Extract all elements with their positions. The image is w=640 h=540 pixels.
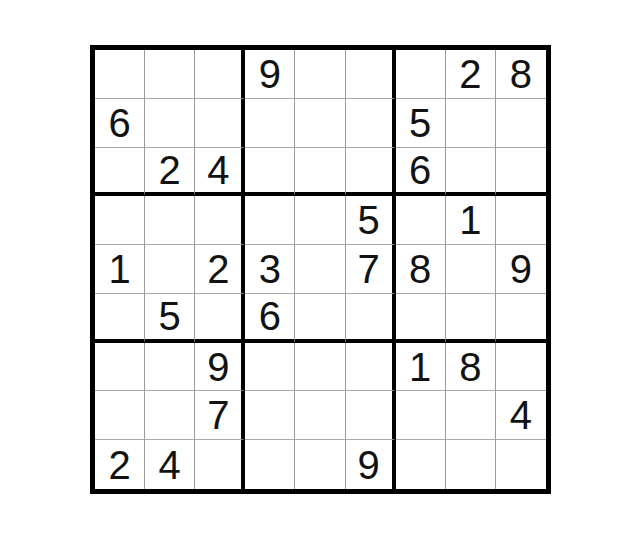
cell-r4c8[interactable]: 1	[446, 196, 496, 245]
cell-r7c4[interactable]	[245, 343, 295, 392]
cell-r1c8[interactable]: 2	[446, 50, 496, 99]
cell-r8c7[interactable]	[396, 391, 446, 440]
cell-r8c1[interactable]	[95, 391, 145, 440]
cell-r9c2[interactable]: 4	[145, 440, 195, 489]
cell-r3c7[interactable]: 6	[396, 148, 446, 197]
cell-r5c5[interactable]	[295, 245, 345, 294]
cell-r3c5[interactable]	[295, 148, 345, 197]
cell-r2c1[interactable]: 6	[95, 99, 145, 148]
cell-r6c8[interactable]	[446, 294, 496, 343]
cell-r4c6[interactable]: 5	[346, 196, 396, 245]
cell-r6c2[interactable]: 5	[145, 294, 195, 343]
cell-r5c2[interactable]	[145, 245, 195, 294]
cell-r2c5[interactable]	[295, 99, 345, 148]
cell-r4c5[interactable]	[295, 196, 345, 245]
cell-r6c5[interactable]	[295, 294, 345, 343]
cell-r7c7[interactable]: 1	[396, 343, 446, 392]
cell-r7c8[interactable]: 8	[446, 343, 496, 392]
cell-r5c8[interactable]	[446, 245, 496, 294]
cell-r3c1[interactable]	[95, 148, 145, 197]
cell-r4c4[interactable]	[245, 196, 295, 245]
cell-r9c3[interactable]	[195, 440, 245, 489]
cell-r5c3[interactable]: 2	[195, 245, 245, 294]
cell-r4c1[interactable]	[95, 196, 145, 245]
cell-r3c4[interactable]	[245, 148, 295, 197]
cell-r6c1[interactable]	[95, 294, 145, 343]
cell-r9c7[interactable]	[396, 440, 446, 489]
cell-r1c5[interactable]	[295, 50, 345, 99]
cell-r5c9[interactable]: 9	[496, 245, 546, 294]
cell-r2c9[interactable]	[496, 99, 546, 148]
cell-r9c9[interactable]	[496, 440, 546, 489]
cell-r9c4[interactable]	[245, 440, 295, 489]
cell-r3c8[interactable]	[446, 148, 496, 197]
cell-r8c3[interactable]: 7	[195, 391, 245, 440]
cell-r3c3[interactable]: 4	[195, 148, 245, 197]
sudoku-page: 92865246511237895691874249	[0, 0, 640, 540]
cell-r7c1[interactable]	[95, 343, 145, 392]
cell-r5c4[interactable]: 3	[245, 245, 295, 294]
cell-r8c6[interactable]	[346, 391, 396, 440]
sudoku-board: 92865246511237895691874249	[90, 45, 551, 494]
cell-r9c6[interactable]: 9	[346, 440, 396, 489]
cell-r6c9[interactable]	[496, 294, 546, 343]
cell-r4c3[interactable]	[195, 196, 245, 245]
cell-r8c5[interactable]	[295, 391, 345, 440]
cell-r6c3[interactable]	[195, 294, 245, 343]
cell-r3c6[interactable]	[346, 148, 396, 197]
cell-r1c4[interactable]: 9	[245, 50, 295, 99]
cell-r6c6[interactable]	[346, 294, 396, 343]
cell-r7c3[interactable]: 9	[195, 343, 245, 392]
cell-r5c6[interactable]: 7	[346, 245, 396, 294]
cell-r8c2[interactable]	[145, 391, 195, 440]
cell-r5c1[interactable]: 1	[95, 245, 145, 294]
cell-r1c2[interactable]	[145, 50, 195, 99]
cell-r4c9[interactable]	[496, 196, 546, 245]
cell-r1c7[interactable]	[396, 50, 446, 99]
cell-r2c7[interactable]: 5	[396, 99, 446, 148]
cell-r3c9[interactable]	[496, 148, 546, 197]
cell-r3c2[interactable]: 2	[145, 148, 195, 197]
cell-r2c4[interactable]	[245, 99, 295, 148]
cell-r1c1[interactable]	[95, 50, 145, 99]
cell-r7c5[interactable]	[295, 343, 345, 392]
cell-r6c4[interactable]: 6	[245, 294, 295, 343]
cell-r4c7[interactable]	[396, 196, 446, 245]
cell-r9c8[interactable]	[446, 440, 496, 489]
cell-r4c2[interactable]	[145, 196, 195, 245]
cell-r8c8[interactable]	[446, 391, 496, 440]
cell-r7c2[interactable]	[145, 343, 195, 392]
cell-r5c7[interactable]: 8	[396, 245, 446, 294]
cell-r1c3[interactable]	[195, 50, 245, 99]
cell-r2c6[interactable]	[346, 99, 396, 148]
cell-r2c2[interactable]	[145, 99, 195, 148]
cell-r9c1[interactable]: 2	[95, 440, 145, 489]
cell-r7c9[interactable]	[496, 343, 546, 392]
cell-r1c9[interactable]: 8	[496, 50, 546, 99]
cell-r2c3[interactable]	[195, 99, 245, 148]
cell-r7c6[interactable]	[346, 343, 396, 392]
cell-r8c4[interactable]	[245, 391, 295, 440]
cell-r6c7[interactable]	[396, 294, 446, 343]
cell-r8c9[interactable]: 4	[496, 391, 546, 440]
cell-r9c5[interactable]	[295, 440, 345, 489]
cell-r2c8[interactable]	[446, 99, 496, 148]
cell-r1c6[interactable]	[346, 50, 396, 99]
